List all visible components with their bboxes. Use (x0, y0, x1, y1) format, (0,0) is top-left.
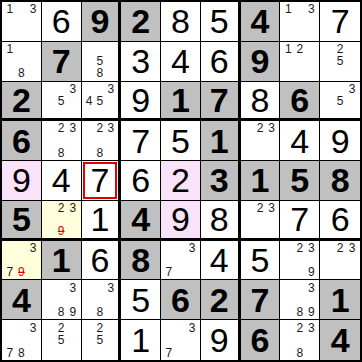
cell-r6c2[interactable]: 239 (42, 201, 82, 241)
solved-digit: 6 (52, 4, 71, 38)
candidate: 5 (94, 334, 105, 347)
candidate: 2 (254, 202, 266, 214)
cell-r3c1[interactable]: 2 (2, 82, 42, 122)
pencil-marks: 389 (280, 280, 319, 319)
solved-digit: 8 (210, 202, 229, 236)
given-digit: 1 (251, 163, 270, 197)
solved-digit: 7 (331, 4, 350, 38)
solved-digit: 9 (171, 202, 190, 236)
cell-r2c9[interactable]: 25 (320, 42, 360, 82)
pencil-marks: 25 (320, 42, 360, 81)
candidate: 3 (27, 321, 39, 334)
solved-digit: 5 (171, 124, 190, 158)
pencil-marks: 239 (42, 201, 81, 238)
cell-r3c9[interactable]: 35 (320, 82, 360, 122)
cell-r7c4[interactable]: 8 (121, 241, 161, 281)
candidate: 3 (346, 242, 358, 254)
solved-digit: 6 (331, 202, 350, 236)
cell-r6c6[interactable]: 8 (201, 201, 241, 241)
cell-r5c3[interactable]: 7 (82, 161, 122, 201)
solved-digit: 4 (171, 44, 190, 78)
cell-r5c4[interactable]: 6 (121, 161, 161, 201)
cell-r8c3[interactable]: 38 (82, 280, 122, 320)
cell-r2c8[interactable]: 12 (280, 42, 320, 82)
candidate: 2 (94, 321, 105, 334)
candidate: 1 (4, 3, 16, 15)
cell-r5c2[interactable]: 4 (42, 161, 82, 201)
solved-digit: 7 (131, 124, 150, 158)
solved-digit: 6 (210, 44, 229, 78)
solved-digit: 3 (131, 44, 150, 78)
candidate: 1 (282, 43, 294, 55)
cell-r6c1[interactable]: 5 (2, 201, 42, 241)
pencil-marks: 389 (42, 280, 81, 319)
cell-r7c5[interactable]: 37 (161, 241, 201, 281)
solved-digit: 7 (90, 163, 109, 197)
candidate: 3 (27, 3, 39, 15)
cell-r4c9[interactable]: 9 (320, 121, 360, 161)
pencil-marks: 239 (280, 241, 319, 280)
candidate: 2 (55, 122, 67, 134)
cell-r5c6[interactable]: 3 (201, 161, 241, 201)
pencil-marks: 345 (82, 82, 119, 119)
given-digit: 6 (251, 323, 270, 357)
solved-digit: 5 (131, 283, 150, 317)
cell-r8c1[interactable]: 4 (2, 280, 42, 320)
given-digit: 7 (210, 83, 229, 117)
cell-r4c3[interactable]: 238 (82, 121, 122, 161)
pencil-marks: 23 (241, 201, 280, 238)
cell-r7c1[interactable]: 379 (2, 241, 42, 281)
candidate: 4 (84, 95, 95, 107)
candidate: 3 (67, 83, 79, 95)
candidate: 8 (55, 306, 67, 318)
candidate: 8 (94, 67, 105, 79)
given-digit: 2 (131, 4, 150, 38)
given-digit: 6 (290, 83, 309, 117)
cell-r8c2[interactable]: 389 (42, 280, 82, 320)
cell-r1c2[interactable]: 6 (42, 2, 82, 42)
candidate: 3 (266, 202, 278, 214)
given-digit: 8 (131, 243, 150, 277)
cell-r9c5[interactable]: 37 (161, 320, 201, 360)
candidate: 2 (334, 242, 346, 254)
cell-r9c3[interactable]: 25 (82, 320, 122, 360)
cell-r3c2[interactable]: 35 (42, 82, 82, 122)
cell-r2c3[interactable]: 58 (82, 42, 122, 82)
candidate: 2 (94, 122, 105, 134)
struck-candidate: 9 (55, 225, 67, 237)
pencil-marks: 378 (2, 320, 41, 360)
given-digit: 4 (331, 323, 350, 357)
cell-r4c1[interactable]: 6 (2, 121, 42, 161)
cell-r7c7[interactable]: 5 (241, 241, 281, 281)
solved-digit: 4 (52, 163, 71, 197)
cell-r2c4[interactable]: 3 (121, 42, 161, 82)
cell-r4c7[interactable]: 23 (241, 121, 281, 161)
candidate: 8 (55, 147, 67, 159)
cell-r8c5[interactable]: 6 (161, 280, 201, 320)
solved-digit: 9 (12, 163, 31, 197)
solved-digit: 2 (171, 163, 190, 197)
cell-r2c7[interactable]: 9 (241, 42, 281, 82)
candidate: 3 (105, 83, 116, 95)
candidate: 3 (105, 281, 116, 293)
pencil-marks: 25 (82, 320, 119, 360)
cell-r9c2[interactable]: 25 (42, 320, 82, 360)
cell-r1c5[interactable]: 8 (161, 2, 201, 42)
candidate: 1 (4, 43, 16, 55)
cell-r9c9[interactable]: 4 (320, 320, 360, 360)
cell-r7c9[interactable]: 23 (320, 241, 360, 281)
candidate: 5 (334, 95, 346, 107)
given-digit: 1 (52, 243, 71, 277)
cell-r4c5[interactable]: 5 (161, 121, 201, 161)
cell-r2c5[interactable]: 4 (161, 42, 201, 82)
cell-r2c6[interactable]: 6 (201, 42, 241, 82)
cell-r1c7[interactable]: 4 (241, 2, 281, 42)
solved-digit: 7 (290, 202, 309, 236)
pencil-marks: 37 (161, 241, 200, 280)
sudoku-board: 1369285413718758346912252353459178635623… (0, 0, 362, 362)
candidate: 7 (163, 266, 175, 278)
given-digit: 2 (12, 83, 31, 117)
candidate: 3 (306, 281, 318, 293)
candidate: 3 (346, 83, 358, 95)
pencil-marks: 379 (2, 241, 41, 280)
pencil-marks: 58 (82, 42, 119, 81)
candidate: 2 (55, 321, 67, 334)
cell-r1c9[interactable]: 7 (320, 2, 360, 42)
solved-digit: 5 (251, 243, 270, 277)
cell-r1c3[interactable]: 9 (82, 2, 122, 42)
candidate: 9 (306, 306, 318, 318)
candidate: 2 (294, 321, 306, 334)
cell-r8c9[interactable]: 1 (320, 280, 360, 320)
candidate: 3 (67, 281, 79, 293)
cell-r9c4[interactable]: 1 (121, 320, 161, 360)
solved-digit: 9 (210, 323, 229, 357)
struck-candidate: 9 (16, 266, 28, 278)
pencil-marks: 13 (280, 2, 319, 41)
given-digit: 4 (131, 202, 150, 236)
given-digit: 6 (12, 124, 31, 158)
cell-r3c6[interactable]: 7 (201, 82, 241, 122)
pencil-marks: 12 (280, 42, 319, 81)
cell-r2c2[interactable]: 7 (42, 42, 82, 82)
pencil-marks: 23 (241, 121, 280, 160)
cell-r8c8[interactable]: 389 (280, 280, 320, 320)
cell-r5c5[interactable]: 2 (161, 161, 201, 201)
cell-r7c8[interactable]: 239 (280, 241, 320, 281)
cell-r6c3[interactable]: 1 (82, 201, 122, 241)
cell-r6c8[interactable]: 7 (280, 201, 320, 241)
candidate: 8 (94, 306, 105, 318)
candidate: 3 (306, 242, 318, 254)
cell-r8c4[interactable]: 5 (121, 280, 161, 320)
candidate: 9 (306, 266, 318, 278)
solved-digit: 4 (210, 243, 229, 277)
candidate: 3 (306, 3, 318, 15)
cell-r3c5[interactable]: 1 (161, 82, 201, 122)
candidate: 7 (4, 266, 16, 278)
candidate: 2 (55, 202, 67, 214)
candidate: 8 (16, 346, 28, 359)
cell-r1c1[interactable]: 13 (2, 2, 42, 42)
cell-r7c2[interactable]: 1 (42, 241, 82, 281)
given-digit: 4 (251, 4, 270, 38)
candidate: 8 (294, 346, 306, 359)
cell-r7c3[interactable]: 6 (82, 241, 122, 281)
cell-r6c4[interactable]: 4 (121, 201, 161, 241)
pencil-marks: 23 (320, 241, 360, 280)
given-digit: 5 (12, 202, 31, 236)
cell-r4c8[interactable]: 4 (280, 121, 320, 161)
cell-r4c4[interactable]: 7 (121, 121, 161, 161)
pencil-marks: 37 (161, 320, 200, 360)
candidate: 1 (282, 3, 294, 15)
cell-r2c1[interactable]: 18 (2, 42, 42, 82)
given-digit: 7 (251, 283, 270, 317)
given-digit: 6 (171, 283, 190, 317)
cell-r4c2[interactable]: 238 (42, 121, 82, 161)
given-digit: 7 (52, 44, 71, 78)
pencil-marks: 238 (82, 121, 119, 160)
given-digit: 1 (171, 83, 190, 117)
candidate: 2 (294, 242, 306, 254)
solved-digit: 8 (251, 83, 270, 117)
pencil-marks: 35 (42, 82, 81, 119)
given-digit: 1 (331, 283, 350, 317)
candidate: 5 (55, 334, 67, 347)
candidate: 9 (67, 306, 79, 318)
cell-r3c4[interactable]: 9 (121, 82, 161, 122)
candidate: 3 (306, 321, 318, 334)
cell-r9c1[interactable]: 378 (2, 320, 42, 360)
given-digit: 2 (210, 283, 229, 317)
given-digit: 9 (90, 4, 109, 38)
pencil-marks: 25 (42, 320, 81, 360)
pencil-marks: 238 (280, 320, 319, 360)
cell-r1c4[interactable]: 2 (121, 2, 161, 42)
cell-r9c8[interactable]: 238 (280, 320, 320, 360)
solved-digit: 6 (131, 163, 150, 197)
cell-r5c9[interactable]: 8 (320, 161, 360, 201)
cell-r6c5[interactable]: 9 (161, 201, 201, 241)
candidate: 3 (67, 122, 79, 134)
candidate: 3 (105, 122, 116, 134)
candidate: 7 (4, 346, 16, 359)
cell-r3c3[interactable]: 345 (82, 82, 122, 122)
pencil-marks: 35 (320, 82, 360, 119)
candidate: 8 (94, 147, 105, 159)
pencil-marks: 238 (42, 121, 81, 160)
cell-r5c1[interactable]: 9 (2, 161, 42, 201)
cell-r9c6[interactable]: 9 (201, 320, 241, 360)
solved-digit: 9 (331, 124, 350, 158)
given-digit: 3 (210, 163, 229, 197)
given-digit: 4 (12, 283, 31, 317)
candidate: 8 (16, 67, 28, 79)
candidate: 3 (27, 242, 39, 254)
cell-r8c7[interactable]: 7 (241, 280, 281, 320)
candidate: 3 (186, 321, 198, 334)
solved-digit: 5 (210, 4, 229, 38)
cell-r1c6[interactable]: 5 (201, 2, 241, 42)
candidate: 3 (67, 202, 79, 214)
cell-r6c7[interactable]: 23 (241, 201, 281, 241)
solved-digit: 6 (90, 243, 109, 277)
solved-digit: 4 (290, 124, 309, 158)
solved-digit: 8 (171, 4, 190, 38)
cell-r7c6[interactable]: 4 (201, 241, 241, 281)
cell-r8c6[interactable]: 2 (201, 280, 241, 320)
cell-r3c7[interactable]: 8 (241, 82, 281, 122)
cell-r5c7[interactable]: 1 (241, 161, 281, 201)
cell-r3c8[interactable]: 6 (280, 82, 320, 122)
candidate: 3 (266, 122, 278, 134)
candidate: 7 (163, 346, 175, 359)
candidate: 3 (186, 242, 198, 254)
pencil-marks: 38 (82, 280, 119, 319)
cell-r4c6[interactable]: 1 (201, 121, 241, 161)
solved-digit: 9 (131, 83, 150, 117)
pencil-marks: 13 (2, 2, 41, 41)
given-digit: 8 (331, 163, 350, 197)
candidate: 2 (294, 43, 306, 55)
given-digit: 1 (210, 124, 229, 158)
given-digit: 9 (251, 44, 270, 78)
candidate: 5 (94, 95, 105, 107)
cell-r9c7[interactable]: 6 (241, 320, 281, 360)
cell-r1c8[interactable]: 13 (280, 2, 320, 42)
candidate: 5 (334, 55, 346, 67)
candidate: 5 (55, 95, 67, 107)
solved-digit: 1 (90, 202, 109, 236)
pencil-marks: 18 (2, 42, 41, 81)
candidate: 8 (294, 306, 306, 318)
candidate: 2 (254, 122, 266, 134)
given-digit: 5 (290, 163, 309, 197)
solved-digit: 1 (131, 323, 150, 357)
cell-r5c8[interactable]: 5 (280, 161, 320, 201)
cell-r6c9[interactable]: 6 (320, 201, 360, 241)
